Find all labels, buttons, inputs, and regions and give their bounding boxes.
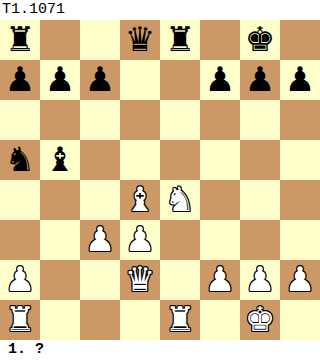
square-e8[interactable]: ♜: [160, 20, 200, 60]
square-h1[interactable]: [280, 300, 320, 340]
square-b3[interactable]: [40, 220, 80, 260]
square-c5[interactable]: [80, 140, 120, 180]
square-g5[interactable]: [240, 140, 280, 180]
square-a6[interactable]: [0, 100, 40, 140]
square-g4[interactable]: [240, 180, 280, 220]
square-c4[interactable]: [80, 180, 120, 220]
piece-white-queen: ♛: [125, 259, 155, 299]
piece-black-rook: ♜: [5, 19, 35, 59]
square-d5[interactable]: [120, 140, 160, 180]
square-d1[interactable]: [120, 300, 160, 340]
square-e1[interactable]: ♜: [160, 300, 200, 340]
square-f3[interactable]: [200, 220, 240, 260]
square-e6[interactable]: [160, 100, 200, 140]
piece-black-pawn: ♟: [45, 59, 75, 99]
square-e3[interactable]: [160, 220, 200, 260]
square-b2[interactable]: [40, 260, 80, 300]
square-h4[interactable]: [280, 180, 320, 220]
square-d7[interactable]: [120, 60, 160, 100]
piece-white-pawn: ♟: [85, 219, 115, 259]
square-c6[interactable]: [80, 100, 120, 140]
piece-black-bishop: ♝: [45, 139, 75, 179]
square-h7[interactable]: ♟: [280, 60, 320, 100]
square-h3[interactable]: [280, 220, 320, 260]
square-d4[interactable]: ♝: [120, 180, 160, 220]
piece-white-pawn: ♟: [125, 219, 155, 259]
square-b4[interactable]: [40, 180, 80, 220]
piece-white-pawn: ♟: [5, 259, 35, 299]
piece-black-pawn: ♟: [205, 59, 235, 99]
square-g8[interactable]: ♚: [240, 20, 280, 60]
square-f2[interactable]: ♟: [200, 260, 240, 300]
puzzle-title: T1.1071: [0, 0, 320, 20]
square-e5[interactable]: [160, 140, 200, 180]
piece-white-rook: ♜: [165, 299, 195, 339]
piece-black-king: ♚: [245, 19, 275, 59]
chess-board: ♜♛♜♚♟♟♟♟♟♟♞♝♝♞♟♟♟♛♟♟♟♜♜♚: [0, 20, 320, 340]
square-h6[interactable]: [280, 100, 320, 140]
square-d6[interactable]: [120, 100, 160, 140]
square-c7[interactable]: ♟: [80, 60, 120, 100]
square-c2[interactable]: [80, 260, 120, 300]
square-h2[interactable]: ♟: [280, 260, 320, 300]
square-e7[interactable]: [160, 60, 200, 100]
square-b8[interactable]: [40, 20, 80, 60]
square-b5[interactable]: ♝: [40, 140, 80, 180]
square-f4[interactable]: [200, 180, 240, 220]
square-a8[interactable]: ♜: [0, 20, 40, 60]
square-a3[interactable]: [0, 220, 40, 260]
square-c1[interactable]: [80, 300, 120, 340]
square-b7[interactable]: ♟: [40, 60, 80, 100]
square-f6[interactable]: [200, 100, 240, 140]
square-g3[interactable]: [240, 220, 280, 260]
piece-black-rook: ♜: [165, 19, 195, 59]
square-g1[interactable]: ♚: [240, 300, 280, 340]
square-d8[interactable]: ♛: [120, 20, 160, 60]
piece-white-knight: ♞: [165, 179, 195, 219]
piece-black-queen: ♛: [125, 19, 155, 59]
square-f8[interactable]: [200, 20, 240, 60]
move-prompt: 1. ?: [0, 340, 320, 360]
piece-white-bishop: ♝: [125, 179, 155, 219]
square-a5[interactable]: ♞: [0, 140, 40, 180]
square-a1[interactable]: ♜: [0, 300, 40, 340]
square-a7[interactable]: ♟: [0, 60, 40, 100]
square-a2[interactable]: ♟: [0, 260, 40, 300]
piece-white-pawn: ♟: [205, 259, 235, 299]
piece-black-knight: ♞: [5, 139, 35, 179]
piece-black-pawn: ♟: [85, 59, 115, 99]
square-b6[interactable]: [40, 100, 80, 140]
square-d2[interactable]: ♛: [120, 260, 160, 300]
piece-white-king: ♚: [245, 299, 275, 339]
square-h5[interactable]: [280, 140, 320, 180]
square-b1[interactable]: [40, 300, 80, 340]
square-c3[interactable]: ♟: [80, 220, 120, 260]
piece-white-rook: ♜: [5, 299, 35, 339]
square-f7[interactable]: ♟: [200, 60, 240, 100]
square-e2[interactable]: [160, 260, 200, 300]
square-h8[interactable]: [280, 20, 320, 60]
piece-white-pawn: ♟: [245, 259, 275, 299]
square-g7[interactable]: ♟: [240, 60, 280, 100]
square-d3[interactable]: ♟: [120, 220, 160, 260]
piece-white-pawn: ♟: [285, 259, 315, 299]
piece-black-pawn: ♟: [245, 59, 275, 99]
square-a4[interactable]: [0, 180, 40, 220]
piece-black-pawn: ♟: [285, 59, 315, 99]
square-c8[interactable]: [80, 20, 120, 60]
square-f1[interactable]: [200, 300, 240, 340]
square-g2[interactable]: ♟: [240, 260, 280, 300]
square-g6[interactable]: [240, 100, 280, 140]
square-e4[interactable]: ♞: [160, 180, 200, 220]
square-f5[interactable]: [200, 140, 240, 180]
piece-black-pawn: ♟: [5, 59, 35, 99]
